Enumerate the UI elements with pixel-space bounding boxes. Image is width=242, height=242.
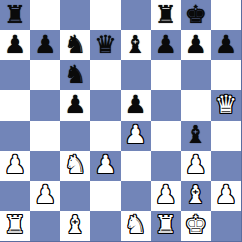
white-knight-icon[interactable]: ♞ — [124, 212, 146, 237]
black-pawn-icon[interactable]: ♟ — [124, 92, 146, 117]
white-pawn-icon[interactable]: ♟ — [185, 152, 207, 177]
black-bishop-icon[interactable]: ♝ — [124, 32, 146, 57]
white-bishop-icon[interactable]: ♝ — [64, 212, 86, 237]
black-knight-icon[interactable]: ♞ — [64, 32, 86, 57]
square-b5[interactable] — [30, 90, 60, 120]
black-pawn-icon[interactable]: ♟ — [185, 32, 207, 57]
square-a8[interactable]: ♜ — [0, 0, 30, 30]
square-b4[interactable] — [30, 121, 60, 151]
square-g7[interactable]: ♟ — [181, 30, 211, 60]
square-e7[interactable]: ♝ — [121, 30, 151, 60]
square-h5[interactable]: ♛ — [211, 90, 241, 120]
square-f4[interactable] — [151, 121, 181, 151]
black-pawn-icon[interactable]: ♟ — [215, 32, 237, 57]
square-g1[interactable]: ♚ — [181, 211, 211, 241]
square-c1[interactable]: ♝ — [60, 211, 90, 241]
black-pawn-icon[interactable]: ♟ — [64, 92, 86, 117]
square-e1[interactable]: ♞ — [121, 211, 151, 241]
square-e5[interactable]: ♟ — [121, 90, 151, 120]
square-a6[interactable] — [0, 60, 30, 90]
square-d2[interactable] — [90, 181, 120, 211]
white-pawn-icon[interactable]: ♟ — [215, 182, 237, 207]
white-rook-icon[interactable]: ♜ — [154, 212, 176, 237]
square-b1[interactable] — [30, 211, 60, 241]
black-knight-icon[interactable]: ♞ — [64, 62, 86, 87]
square-g3[interactable]: ♟ — [181, 151, 211, 181]
square-d8[interactable] — [90, 0, 120, 30]
black-bishop-icon[interactable]: ♝ — [185, 122, 207, 147]
square-c5[interactable]: ♟ — [60, 90, 90, 120]
white-pawn-icon[interactable]: ♟ — [154, 182, 176, 207]
black-pawn-icon[interactable]: ♟ — [4, 32, 26, 57]
square-b7[interactable]: ♟ — [30, 30, 60, 60]
square-f5[interactable] — [151, 90, 181, 120]
white-knight-icon[interactable]: ♞ — [64, 152, 86, 177]
square-d4[interactable] — [90, 121, 120, 151]
square-h1[interactable] — [211, 211, 241, 241]
black-king-icon[interactable]: ♚ — [185, 2, 207, 27]
square-g2[interactable]: ♝ — [181, 181, 211, 211]
square-d1[interactable] — [90, 211, 120, 241]
square-b6[interactable] — [30, 60, 60, 90]
square-c6[interactable]: ♞ — [60, 60, 90, 90]
square-f3[interactable] — [151, 151, 181, 181]
square-h7[interactable]: ♟ — [211, 30, 241, 60]
square-f2[interactable]: ♟ — [151, 181, 181, 211]
white-queen-icon[interactable]: ♛ — [215, 92, 237, 117]
black-rook-icon[interactable]: ♜ — [4, 2, 26, 27]
square-e8[interactable] — [121, 0, 151, 30]
square-g8[interactable]: ♚ — [181, 0, 211, 30]
square-e2[interactable] — [121, 181, 151, 211]
square-f6[interactable] — [151, 60, 181, 90]
square-a7[interactable]: ♟ — [0, 30, 30, 60]
square-a1[interactable]: ♜ — [0, 211, 30, 241]
square-g5[interactable] — [181, 90, 211, 120]
square-g6[interactable] — [181, 60, 211, 90]
black-pawn-icon[interactable]: ♟ — [34, 32, 56, 57]
square-a4[interactable] — [0, 121, 30, 151]
square-b3[interactable] — [30, 151, 60, 181]
white-pawn-icon[interactable]: ♟ — [34, 182, 56, 207]
white-pawn-icon[interactable]: ♟ — [4, 152, 26, 177]
square-f8[interactable]: ♜ — [151, 0, 181, 30]
chess-board: ♜♜♚♟♟♞♛♝♟♟♟♞♟♟♛♟♝♟♞♟♟♟♟♝♟♜♝♞♜♚ — [0, 0, 242, 242]
square-c8[interactable] — [60, 0, 90, 30]
square-e3[interactable] — [121, 151, 151, 181]
square-f7[interactable]: ♟ — [151, 30, 181, 60]
square-c2[interactable] — [60, 181, 90, 211]
square-h2[interactable]: ♟ — [211, 181, 241, 211]
square-d7[interactable]: ♛ — [90, 30, 120, 60]
square-c3[interactable]: ♞ — [60, 151, 90, 181]
white-pawn-icon[interactable]: ♟ — [124, 122, 146, 147]
square-h3[interactable] — [211, 151, 241, 181]
black-pawn-icon[interactable]: ♟ — [154, 32, 176, 57]
black-rook-icon[interactable]: ♜ — [154, 2, 176, 27]
square-d5[interactable] — [90, 90, 120, 120]
square-g4[interactable]: ♝ — [181, 121, 211, 151]
square-b8[interactable] — [30, 0, 60, 30]
square-d3[interactable]: ♟ — [90, 151, 120, 181]
square-d6[interactable] — [90, 60, 120, 90]
square-b2[interactable]: ♟ — [30, 181, 60, 211]
white-rook-icon[interactable]: ♜ — [4, 212, 26, 237]
square-h8[interactable] — [211, 0, 241, 30]
square-f1[interactable]: ♜ — [151, 211, 181, 241]
white-bishop-icon[interactable]: ♝ — [185, 182, 207, 207]
white-king-icon[interactable]: ♚ — [185, 212, 207, 237]
square-a3[interactable]: ♟ — [0, 151, 30, 181]
square-e6[interactable] — [121, 60, 151, 90]
black-queen-icon[interactable]: ♛ — [94, 32, 116, 57]
square-e4[interactable]: ♟ — [121, 121, 151, 151]
square-a2[interactable] — [0, 181, 30, 211]
square-c7[interactable]: ♞ — [60, 30, 90, 60]
white-pawn-icon[interactable]: ♟ — [94, 152, 116, 177]
square-a5[interactable] — [0, 90, 30, 120]
square-c4[interactable] — [60, 121, 90, 151]
square-h4[interactable] — [211, 121, 241, 151]
square-h6[interactable] — [211, 60, 241, 90]
